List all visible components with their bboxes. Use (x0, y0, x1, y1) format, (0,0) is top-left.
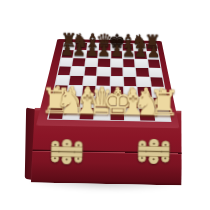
square-b6[interactable] (73, 58, 86, 66)
square-b5[interactable] (71, 67, 84, 76)
square-b8[interactable]: ♞ (75, 43, 87, 50)
square-h2[interactable]: ♟ (153, 98, 168, 109)
square-g7[interactable]: ♟ (135, 51, 147, 59)
piece-black-rook: ♜ (134, 32, 170, 52)
square-f4[interactable] (124, 77, 137, 86)
square-f5[interactable] (123, 68, 135, 77)
square-h4[interactable] (150, 77, 164, 86)
square-b2[interactable]: ♟ (66, 96, 81, 107)
square-d7[interactable]: ♟ (98, 51, 109, 59)
square-h1[interactable]: ♜ (154, 109, 170, 121)
square-f1[interactable]: ♝ (125, 109, 139, 121)
square-e1[interactable]: ♚ (110, 108, 124, 120)
square-e5[interactable] (110, 67, 122, 76)
square-c4[interactable] (83, 76, 96, 85)
square-d2[interactable]: ♟ (95, 97, 109, 108)
square-h3[interactable] (151, 87, 165, 97)
square-d4[interactable] (97, 76, 110, 85)
square-d6[interactable] (98, 59, 110, 67)
square-g3[interactable] (138, 87, 152, 97)
square-c3[interactable] (82, 86, 96, 96)
square-a8[interactable]: ♜ (63, 43, 75, 50)
square-c8[interactable]: ♝ (87, 43, 98, 50)
square-a3[interactable] (54, 85, 69, 95)
square-b3[interactable] (68, 86, 82, 96)
square-f6[interactable] (123, 59, 135, 67)
right-hinge-icon (137, 139, 170, 165)
square-d1[interactable]: ♛ (95, 108, 109, 120)
square-f3[interactable] (124, 87, 137, 97)
square-e3[interactable] (110, 86, 123, 96)
square-h6[interactable] (148, 60, 161, 68)
square-a4[interactable] (56, 76, 70, 85)
square-c5[interactable] (84, 67, 97, 76)
square-g6[interactable] (135, 59, 147, 67)
square-e2[interactable]: ♟ (110, 97, 123, 108)
square-e8[interactable]: ♚ (111, 43, 122, 50)
square-a7[interactable]: ♟ (62, 50, 74, 58)
square-b7[interactable]: ♟ (74, 50, 86, 58)
square-d8[interactable]: ♛ (99, 43, 110, 50)
left-hinge-icon (50, 139, 83, 165)
board-frame: ♜♞♝♛♚♝♞♜♟♟♟♟♟♟♟♟♟♟♟♟♟♟♟♟♜♞♝♛♚♝♞♜ (36, 39, 179, 128)
square-f2[interactable]: ♟ (124, 97, 138, 108)
square-h5[interactable] (149, 68, 162, 77)
square-h8[interactable]: ♜ (146, 44, 158, 51)
square-a6[interactable] (60, 58, 73, 66)
square-b4[interactable] (69, 76, 83, 85)
scene-tilt: ♜♞♝♛♚♝♞♜♟♟♟♟♟♟♟♟♟♟♟♟♟♟♟♟♜♞♝♛♚♝♞♜ (0, 0, 210, 210)
square-d3[interactable] (96, 86, 109, 96)
square-c2[interactable]: ♟ (81, 96, 95, 107)
square-h7[interactable]: ♟ (147, 52, 159, 60)
square-f8[interactable]: ♝ (122, 44, 133, 51)
square-d5[interactable] (97, 67, 109, 76)
square-g2[interactable]: ♟ (139, 98, 153, 109)
square-e6[interactable] (111, 59, 123, 67)
square-c1[interactable]: ♝ (79, 108, 94, 120)
board-perspective: ♜♞♝♛♚♝♞♜♟♟♟♟♟♟♟♟♟♟♟♟♟♟♟♟♜♞♝♛♚♝♞♜ (33, 39, 185, 126)
chess-board: ♜♞♝♛♚♝♞♜♟♟♟♟♟♟♟♟♟♟♟♟♟♟♟♟♜♞♝♛♚♝♞♜ (47, 42, 171, 122)
square-e4[interactable] (110, 77, 122, 86)
chess-box-photo: ♜♞♝♛♚♝♞♜♟♟♟♟♟♟♟♟♟♟♟♟♟♟♟♟♜♞♝♛♚♝♞♜ (0, 0, 210, 210)
square-g5[interactable] (136, 68, 149, 77)
square-a2[interactable]: ♟ (51, 96, 66, 107)
square-g4[interactable] (137, 77, 150, 86)
square-a5[interactable] (58, 66, 71, 75)
square-g1[interactable]: ♞ (140, 109, 155, 121)
square-c6[interactable] (85, 58, 97, 66)
square-a1[interactable]: ♜ (49, 107, 65, 119)
square-g8[interactable]: ♞ (134, 44, 145, 51)
square-f7[interactable]: ♟ (123, 51, 134, 59)
square-c7[interactable]: ♟ (86, 50, 98, 58)
square-e7[interactable]: ♟ (111, 51, 122, 59)
square-b1[interactable]: ♞ (64, 108, 79, 120)
